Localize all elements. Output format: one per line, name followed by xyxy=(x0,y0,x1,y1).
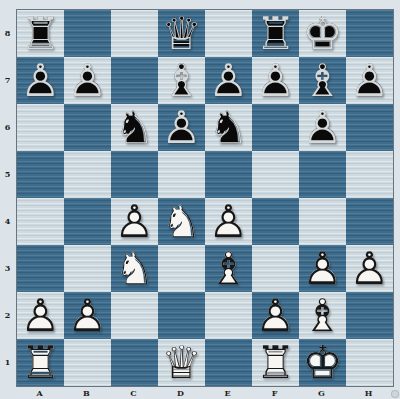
piece-white-pawn: ♟♙ xyxy=(17,292,64,339)
square-h3[interactable]: ♟♙ xyxy=(346,245,393,292)
square-a1[interactable]: ♜♖ xyxy=(17,339,64,386)
square-e3[interactable]: ♝♗ xyxy=(205,245,252,292)
rank-label-8: 8 xyxy=(0,9,15,56)
file-label-e: E xyxy=(204,387,251,399)
square-e2[interactable] xyxy=(205,292,252,339)
square-a8[interactable]: ♜♖ xyxy=(17,10,64,57)
piece-black-rook: ♜♖ xyxy=(252,10,299,57)
piece-black-king: ♚♔ xyxy=(299,10,346,57)
square-c4[interactable]: ♟♙ xyxy=(111,198,158,245)
rank-label-6: 6 xyxy=(0,103,15,150)
rank-label-1: 1 xyxy=(0,338,15,385)
square-h7[interactable]: ♟♙ xyxy=(346,57,393,104)
piece-black-pawn: ♟♙ xyxy=(205,57,252,104)
file-label-d: D xyxy=(157,387,204,399)
square-e7[interactable]: ♟♙ xyxy=(205,57,252,104)
piece-white-pawn: ♟♙ xyxy=(299,245,346,292)
square-d3[interactable] xyxy=(158,245,205,292)
square-b7[interactable]: ♟♙ xyxy=(64,57,111,104)
square-g6[interactable]: ♟♙ xyxy=(299,104,346,151)
square-c8[interactable] xyxy=(111,10,158,57)
square-d2[interactable] xyxy=(158,292,205,339)
piece-black-pawn: ♟♙ xyxy=(64,57,111,104)
square-c1[interactable] xyxy=(111,339,158,386)
square-g3[interactable]: ♟♙ xyxy=(299,245,346,292)
piece-white-pawn: ♟♙ xyxy=(111,198,158,245)
file-label-b: B xyxy=(63,387,110,399)
file-label-c: C xyxy=(110,387,157,399)
square-c3[interactable]: ♞♘ xyxy=(111,245,158,292)
square-h5[interactable] xyxy=(346,151,393,198)
square-b4[interactable] xyxy=(64,198,111,245)
piece-black-pawn: ♟♙ xyxy=(346,57,393,104)
square-g1[interactable]: ♚♔ xyxy=(299,339,346,386)
square-a5[interactable] xyxy=(17,151,64,198)
file-label-g: G xyxy=(298,387,345,399)
square-f3[interactable] xyxy=(252,245,299,292)
square-e5[interactable] xyxy=(205,151,252,198)
piece-black-knight: ♞♘ xyxy=(111,104,158,151)
piece-black-pawn: ♟♙ xyxy=(299,104,346,151)
piece-white-knight: ♞♘ xyxy=(158,198,205,245)
square-d6[interactable]: ♟♙ xyxy=(158,104,205,151)
square-g2[interactable]: ♝♗ xyxy=(299,292,346,339)
piece-black-pawn: ♟♙ xyxy=(158,104,205,151)
square-a6[interactable] xyxy=(17,104,64,151)
square-e4[interactable]: ♟♙ xyxy=(205,198,252,245)
chess-board-app: 87654321 ♜♖♛♕♜♖♚♔♟♙♟♙♝♗♟♙♟♙♝♗♟♙♞♘♟♙♞♘♟♙♟… xyxy=(0,0,400,399)
square-b8[interactable] xyxy=(64,10,111,57)
square-h4[interactable] xyxy=(346,198,393,245)
square-f7[interactable]: ♟♙ xyxy=(252,57,299,104)
file-label-a: A xyxy=(16,387,63,399)
square-f5[interactable] xyxy=(252,151,299,198)
square-b6[interactable] xyxy=(64,104,111,151)
square-h8[interactable] xyxy=(346,10,393,57)
square-a7[interactable]: ♟♙ xyxy=(17,57,64,104)
rank-label-4: 4 xyxy=(0,197,15,244)
square-f1[interactable]: ♜♖ xyxy=(252,339,299,386)
piece-black-bishop: ♝♗ xyxy=(158,57,205,104)
square-g5[interactable] xyxy=(299,151,346,198)
square-b3[interactable] xyxy=(64,245,111,292)
piece-black-bishop: ♝♗ xyxy=(299,57,346,104)
square-h2[interactable] xyxy=(346,292,393,339)
piece-white-queen: ♛♕ xyxy=(158,339,205,386)
chess-board[interactable]: ♜♖♛♕♜♖♚♔♟♙♟♙♝♗♟♙♟♙♝♗♟♙♞♘♟♙♞♘♟♙♟♙♞♘♟♙♞♘♝♗… xyxy=(16,9,394,387)
piece-white-pawn: ♟♙ xyxy=(346,245,393,292)
square-b1[interactable] xyxy=(64,339,111,386)
piece-white-rook: ♜♖ xyxy=(17,339,64,386)
square-b2[interactable]: ♟♙ xyxy=(64,292,111,339)
piece-white-pawn: ♟♙ xyxy=(64,292,111,339)
piece-white-bishop: ♝♗ xyxy=(299,292,346,339)
piece-white-pawn: ♟♙ xyxy=(205,198,252,245)
square-a2[interactable]: ♟♙ xyxy=(17,292,64,339)
piece-black-knight: ♞♘ xyxy=(205,104,252,151)
piece-black-queen: ♛♕ xyxy=(158,10,205,57)
file-label-f: F xyxy=(251,387,298,399)
piece-white-pawn: ♟♙ xyxy=(252,292,299,339)
square-a4[interactable] xyxy=(17,198,64,245)
square-e6[interactable]: ♞♘ xyxy=(205,104,252,151)
square-d1[interactable]: ♛♕ xyxy=(158,339,205,386)
file-label-h: H xyxy=(345,387,392,399)
square-e1[interactable] xyxy=(205,339,252,386)
file-labels: ABCDEFGH xyxy=(16,387,392,399)
square-d7[interactable]: ♝♗ xyxy=(158,57,205,104)
square-g8[interactable]: ♚♔ xyxy=(299,10,346,57)
square-c2[interactable] xyxy=(111,292,158,339)
piece-black-pawn: ♟♙ xyxy=(252,57,299,104)
piece-black-pawn: ♟♙ xyxy=(17,57,64,104)
square-d5[interactable] xyxy=(158,151,205,198)
square-h1[interactable] xyxy=(346,339,393,386)
square-c5[interactable] xyxy=(111,151,158,198)
watermark-dot xyxy=(391,390,399,398)
rank-label-5: 5 xyxy=(0,150,15,197)
rank-label-3: 3 xyxy=(0,244,15,291)
piece-black-rook: ♜♖ xyxy=(17,10,64,57)
square-h6[interactable] xyxy=(346,104,393,151)
square-f6[interactable] xyxy=(252,104,299,151)
square-c6[interactable]: ♞♘ xyxy=(111,104,158,151)
square-e8[interactable] xyxy=(205,10,252,57)
square-g4[interactable] xyxy=(299,198,346,245)
piece-white-bishop: ♝♗ xyxy=(205,245,252,292)
rank-label-2: 2 xyxy=(0,291,15,338)
square-b5[interactable] xyxy=(64,151,111,198)
square-f4[interactable] xyxy=(252,198,299,245)
square-f8[interactable]: ♜♖ xyxy=(252,10,299,57)
square-f2[interactable]: ♟♙ xyxy=(252,292,299,339)
piece-white-knight: ♞♘ xyxy=(111,245,158,292)
square-a3[interactable] xyxy=(17,245,64,292)
rank-label-7: 7 xyxy=(0,56,15,103)
square-c7[interactable] xyxy=(111,57,158,104)
piece-white-king: ♚♔ xyxy=(299,339,346,386)
rank-labels: 87654321 xyxy=(0,9,16,385)
square-g7[interactable]: ♝♗ xyxy=(299,57,346,104)
square-d4[interactable]: ♞♘ xyxy=(158,198,205,245)
square-d8[interactable]: ♛♕ xyxy=(158,10,205,57)
piece-white-rook: ♜♖ xyxy=(252,339,299,386)
